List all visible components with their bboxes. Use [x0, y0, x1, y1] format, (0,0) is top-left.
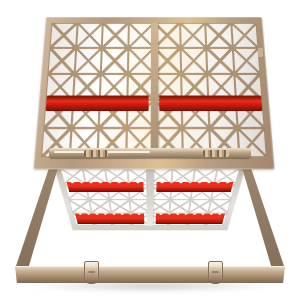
rail-bar [156, 218, 224, 224]
lid-center-divider [150, 23, 158, 157]
lattice-cell [154, 23, 180, 48]
lattice-cell [169, 199, 190, 213]
lid-rail-right [159, 96, 262, 112]
hinge-knuckles-right [203, 150, 229, 157]
base-rail-front-left [75, 214, 144, 225]
lid-rail-left [46, 96, 149, 112]
lattice-cell [74, 48, 102, 74]
hinge-knuckles-left [84, 150, 108, 157]
lattice-cell [231, 23, 259, 48]
base-tray [52, 161, 248, 230]
lattice-cell [206, 48, 234, 74]
lattice-cell [102, 23, 129, 48]
base-rail-back-left [67, 182, 144, 192]
lattice-cell [89, 199, 111, 213]
rail-bar [68, 187, 144, 192]
lattice-cell [101, 48, 128, 74]
rail-bar [156, 187, 232, 192]
lid-edge-tab [258, 48, 263, 57]
lattice-cell [208, 199, 231, 213]
lattice-cell [180, 48, 207, 74]
rail-bar [76, 218, 144, 224]
lattice-cell [69, 199, 92, 213]
front-latch-left [84, 261, 99, 284]
lattice-cell [180, 23, 207, 48]
base-rail-back-right [156, 182, 233, 192]
cassette-photo [0, 0, 300, 300]
lattice-cell [76, 23, 103, 48]
lattice-cell [48, 48, 76, 74]
base-center-divider [146, 168, 154, 226]
cassette-lid [33, 17, 274, 169]
base-front-wall [15, 266, 285, 283]
lattice-cell [50, 23, 78, 48]
front-latch-right [208, 261, 223, 284]
lattice-cell [232, 48, 260, 74]
lattice-cell [154, 48, 181, 74]
lattice-cell [109, 199, 130, 213]
base-rail-front-right [156, 214, 225, 225]
lattice-cell [205, 23, 232, 48]
